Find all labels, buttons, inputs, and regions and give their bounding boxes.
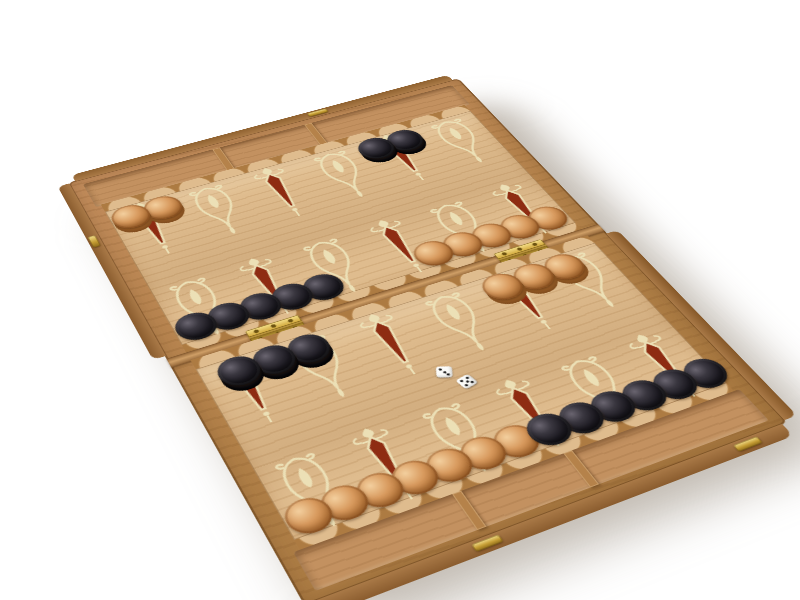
die-pip	[459, 380, 464, 383]
backgammon-case	[68, 78, 788, 600]
die-pip	[465, 376, 469, 379]
opened-case	[68, 78, 788, 600]
die-pip	[470, 380, 475, 383]
die-pip	[464, 384, 469, 387]
die-pip	[439, 368, 442, 370]
die-pip	[443, 371, 446, 373]
tray-divider	[563, 450, 599, 487]
die-pip	[465, 380, 470, 383]
product-photo-stage	[0, 0, 800, 600]
tray-divider	[452, 491, 486, 530]
die-pip	[447, 373, 450, 375]
die[interactable]	[436, 366, 453, 377]
